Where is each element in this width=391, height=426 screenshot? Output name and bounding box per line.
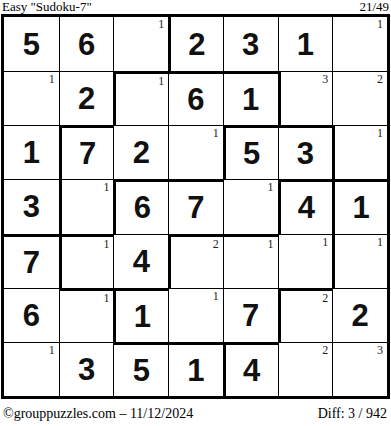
difficulty-text: Diff: 3 / 942: [318, 406, 387, 422]
cell-r1c6[interactable]: 1: [278, 17, 333, 71]
cell-r1c1[interactable]: 5: [4, 17, 59, 71]
pencil-mark: 3: [377, 344, 383, 356]
given-digit: 5: [133, 355, 150, 386]
given-digit: 4: [298, 192, 315, 223]
pencil-mark: 1: [158, 75, 164, 87]
given-digit: 2: [188, 29, 205, 60]
given-digit: 1: [134, 301, 151, 332]
progress-counter: 21/49: [359, 0, 389, 13]
copyright-text: ©grouppuzzles.com – 11/12/2024: [3, 406, 193, 422]
given-digit: 3: [242, 29, 259, 60]
cell-r7c1[interactable]: 1: [4, 342, 59, 396]
pencil-mark: 3: [322, 73, 328, 85]
given-digit: 1: [187, 355, 204, 386]
pencil-mark: 1: [103, 238, 109, 250]
cell-r7c7[interactable]: 3: [332, 342, 387, 396]
cell-r1c7[interactable]: 1: [332, 17, 387, 71]
pencil-mark: 1: [377, 127, 383, 139]
given-digit: 7: [23, 247, 40, 278]
cell-r2c7[interactable]: 2: [332, 71, 387, 125]
cell-r3c6[interactable]: 3: [278, 125, 333, 179]
puzzle-title: Easy "Sudoku-7": [2, 0, 92, 13]
given-digit: 1: [353, 192, 370, 223]
given-digit: 2: [78, 83, 95, 114]
pencil-mark: 1: [377, 236, 383, 248]
puzzle-page: Easy "Sudoku-7" 21/49 561231112161321721…: [0, 0, 391, 426]
cell-r6c4[interactable]: 1: [168, 288, 223, 342]
pencil-mark: 1: [49, 344, 55, 356]
cell-r6c7[interactable]: 2: [332, 288, 387, 342]
cell-r5c4[interactable]: 2: [168, 234, 223, 288]
cell-r4c1[interactable]: 3: [4, 179, 59, 233]
cell-r3c1[interactable]: 1: [4, 125, 59, 179]
given-digit: 1: [23, 137, 40, 168]
cell-r1c5[interactable]: 3: [223, 17, 278, 71]
cell-r7c4[interactable]: 1: [168, 342, 223, 396]
given-digit: 6: [187, 84, 204, 115]
cell-r2c5[interactable]: 1: [223, 71, 278, 125]
given-digit: 3: [78, 354, 95, 385]
cell-r2c4[interactable]: 6: [168, 71, 223, 125]
given-digit: 2: [133, 137, 150, 168]
pencil-mark: 1: [322, 236, 328, 248]
pencil-mark: 1: [268, 181, 274, 193]
cell-r2c2[interactable]: 2: [59, 71, 114, 125]
pencil-mark: 1: [377, 18, 383, 30]
pencil-mark: 2: [377, 73, 383, 85]
pencil-mark: 2: [322, 292, 328, 304]
cell-r5c3[interactable]: 4: [113, 234, 168, 288]
pencil-mark: 1: [268, 238, 274, 250]
given-digit: 7: [79, 138, 96, 169]
pencil-mark: 2: [213, 238, 219, 250]
cell-r6c1[interactable]: 6: [4, 288, 59, 342]
cell-r6c6[interactable]: 2: [278, 288, 333, 342]
sudoku-board: 5612311121613217215313167141714211161117…: [1, 14, 390, 399]
given-digit: 5: [243, 138, 260, 169]
cell-r6c3[interactable]: 1: [113, 288, 168, 342]
pencil-mark: 2: [322, 344, 328, 356]
pencil-mark: 1: [103, 181, 109, 193]
cell-r2c6[interactable]: 3: [278, 71, 333, 125]
given-digit: 1: [242, 84, 259, 115]
cell-r4c7[interactable]: 1: [332, 179, 387, 233]
cell-r4c5[interactable]: 1: [223, 179, 278, 233]
cell-r2c1[interactable]: 1: [4, 71, 59, 125]
given-digit: 2: [352, 300, 369, 331]
given-digit: 3: [297, 138, 314, 169]
cell-r6c2[interactable]: 1: [59, 288, 114, 342]
given-digit: 4: [133, 246, 150, 277]
cell-r5c6[interactable]: 1: [278, 234, 333, 288]
cell-r4c6[interactable]: 4: [278, 179, 333, 233]
cell-r1c4[interactable]: 2: [168, 17, 223, 71]
given-digit: 5: [23, 29, 40, 60]
cell-r4c4[interactable]: 7: [168, 179, 223, 233]
cell-r3c5[interactable]: 5: [223, 125, 278, 179]
given-digit: 4: [243, 355, 260, 386]
header: Easy "Sudoku-7" 21/49: [0, 0, 391, 14]
given-digit: 6: [23, 300, 40, 331]
cell-r3c3[interactable]: 2: [113, 125, 168, 179]
given-digit: 7: [187, 192, 204, 223]
cell-r5c2[interactable]: 1: [59, 234, 114, 288]
cell-r7c6[interactable]: 2: [278, 342, 333, 396]
pencil-mark: 1: [49, 73, 55, 85]
cell-r3c4[interactable]: 1: [168, 125, 223, 179]
cell-r5c1[interactable]: 7: [4, 234, 59, 288]
cell-r7c3[interactable]: 5: [113, 342, 168, 396]
cell-r7c2[interactable]: 3: [59, 342, 114, 396]
cell-r6c5[interactable]: 7: [223, 288, 278, 342]
cell-r1c2[interactable]: 6: [59, 17, 114, 71]
given-digit: 6: [78, 29, 95, 60]
cell-r1c3[interactable]: 1: [113, 17, 168, 71]
pencil-mark: 1: [213, 290, 219, 302]
given-digit: 6: [134, 192, 151, 223]
given-digit: 1: [297, 29, 314, 60]
given-digit: 7: [242, 300, 259, 331]
cell-r5c7[interactable]: 1: [332, 234, 387, 288]
cell-r3c2[interactable]: 7: [59, 125, 114, 179]
pencil-mark: 1: [213, 127, 219, 139]
pencil-mark: 1: [158, 18, 164, 30]
footer: ©grouppuzzles.com – 11/12/2024 Diff: 3 /…: [0, 404, 391, 422]
cell-r7c5[interactable]: 4: [223, 342, 278, 396]
cell-r2c3[interactable]: 1: [113, 71, 168, 125]
cell-r3c7[interactable]: 1: [332, 125, 387, 179]
given-digit: 3: [23, 191, 40, 222]
cell-r4c3[interactable]: 6: [113, 179, 168, 233]
cell-r4c2[interactable]: 1: [59, 179, 114, 233]
pencil-mark: 1: [103, 292, 109, 304]
cell-r5c5[interactable]: 1: [223, 234, 278, 288]
